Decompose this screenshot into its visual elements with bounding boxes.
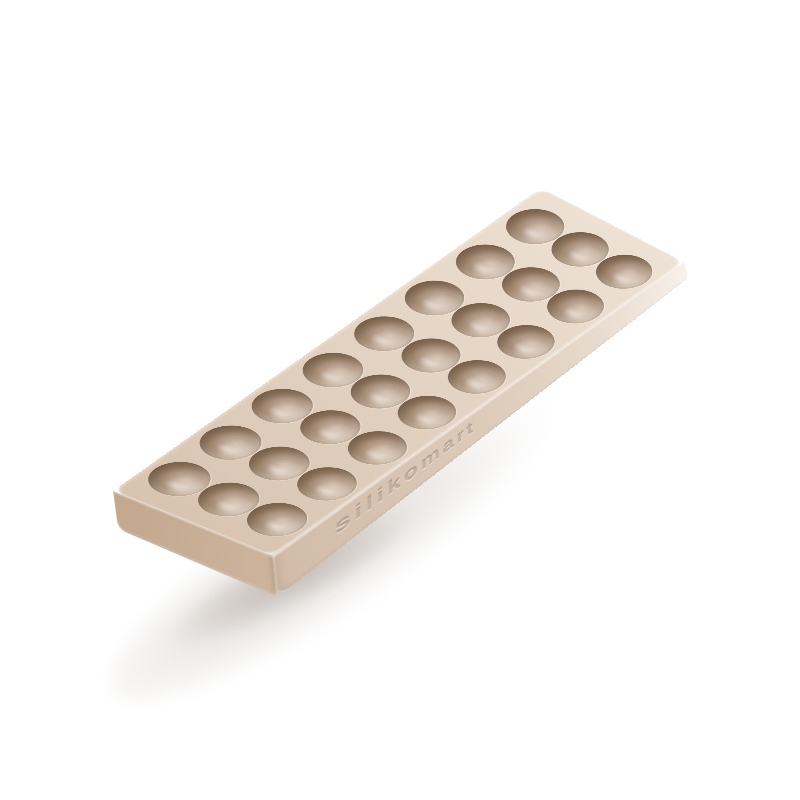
pit-highlight <box>261 462 290 480</box>
pit-highlight <box>259 518 288 535</box>
pit-highlight <box>264 404 294 422</box>
pit-highlight <box>363 390 392 408</box>
pit-highlight <box>312 426 341 444</box>
pit-highlight <box>410 411 438 428</box>
pit-highlight <box>366 332 395 350</box>
product-photo: silikomart <box>0 0 800 800</box>
pit-highlight <box>413 354 441 372</box>
pit-highlight <box>509 340 537 358</box>
pit-highlight <box>460 376 488 394</box>
pit-highlight <box>559 305 586 323</box>
pit-highlight <box>160 477 190 495</box>
pit-highlight <box>563 248 590 266</box>
pit-highlight <box>513 283 541 301</box>
pit-highlight <box>310 482 339 499</box>
pit-highlight <box>417 296 446 314</box>
pit-highlight <box>210 498 240 515</box>
pit-highlight <box>463 318 491 336</box>
pit-highlight <box>212 441 242 459</box>
pit-highlight <box>518 225 546 243</box>
pit-highlight <box>315 368 344 386</box>
pit-highlight <box>360 447 389 464</box>
pit-highlight <box>608 270 635 288</box>
pit-highlight <box>467 260 495 278</box>
